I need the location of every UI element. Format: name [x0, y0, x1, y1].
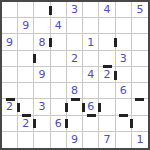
- cell-r5c1[interactable]: [2, 67, 18, 83]
- cell-r5c4[interactable]: [51, 67, 67, 83]
- cell-r6c3[interactable]: [34, 83, 50, 99]
- cell-r8c6[interactable]: [83, 116, 99, 132]
- cell-r4c3[interactable]: [34, 51, 50, 67]
- consecutive-marker-v-r5-c7c8: [114, 71, 117, 80]
- cell-r2c5[interactable]: [67, 18, 83, 34]
- cell-r3c4[interactable]: [51, 34, 67, 50]
- consecutive-marker-h-r6r7-c5: [71, 98, 80, 101]
- cell-r8c9[interactable]: [132, 116, 148, 132]
- cell-r2c7[interactable]: [99, 18, 115, 34]
- cell-r3c1[interactable]: 9: [2, 34, 18, 50]
- consecutive-marker-h-r6r7-c9: [135, 98, 144, 101]
- cell-r4c6[interactable]: [83, 51, 99, 67]
- consecutive-marker-v-r8-c4c5: [65, 119, 68, 128]
- consecutive-marker-h-r6r7-c1: [6, 98, 15, 101]
- cell-r9c7[interactable]: 7: [99, 132, 115, 148]
- cell-r7c7[interactable]: [99, 99, 115, 115]
- cell-r2c9[interactable]: [132, 18, 148, 34]
- cell-r9c2[interactable]: [18, 132, 34, 148]
- cell-r8c7[interactable]: [99, 116, 115, 132]
- cell-r5c9[interactable]: [132, 67, 148, 83]
- consecutive-marker-v-r4-c2c3: [33, 54, 36, 63]
- cell-r1c2[interactable]: [18, 2, 34, 18]
- cell-r4c4[interactable]: [51, 51, 67, 67]
- cell-r9c5[interactable]: 9: [67, 132, 83, 148]
- cell-r5c6[interactable]: 4: [83, 67, 99, 83]
- cell-r2c6[interactable]: [83, 18, 99, 34]
- cell-r9c8[interactable]: [116, 132, 132, 148]
- consecutive-marker-v-r7-c5c6: [82, 103, 85, 112]
- cell-r6c8[interactable]: 6: [116, 83, 132, 99]
- cell-r7c3[interactable]: 3: [34, 99, 50, 115]
- cell-r2c3[interactable]: [34, 18, 50, 34]
- cell-r3c5[interactable]: [67, 34, 83, 50]
- cell-r9c4[interactable]: [51, 132, 67, 148]
- cell-r9c1[interactable]: [2, 132, 18, 148]
- cell-r4c5[interactable]: 2: [67, 51, 83, 67]
- cell-r1c8[interactable]: [116, 2, 132, 18]
- cell-r4c1[interactable]: [2, 51, 18, 67]
- cell-r8c1[interactable]: [2, 116, 18, 132]
- consecutive-marker-v-r7-c1c2: [17, 103, 20, 112]
- cell-r6c6[interactable]: [83, 83, 99, 99]
- consecutive-marker-h-r4r5-c7: [103, 65, 112, 68]
- cell-r2c2[interactable]: 9: [18, 18, 34, 34]
- cell-r9c9[interactable]: 1: [132, 132, 148, 148]
- cell-r1c1[interactable]: [2, 2, 18, 18]
- consecutive-marker-v-r3-c7c8: [114, 38, 117, 47]
- cell-r9c3[interactable]: [34, 132, 50, 148]
- cell-r6c2[interactable]: [18, 83, 34, 99]
- cell-r5c5[interactable]: [67, 67, 83, 83]
- cell-r6c4[interactable]: [51, 83, 67, 99]
- consecutive-marker-h-r7r8-c6: [87, 114, 96, 117]
- consecutive-marker-h-r7r8-c8: [119, 114, 128, 117]
- cell-r4c8[interactable]: 3: [116, 51, 132, 67]
- cell-r3c8[interactable]: [116, 34, 132, 50]
- consecutive-marker-v-r8-c2c3: [33, 119, 36, 128]
- cell-r9c6[interactable]: [83, 132, 99, 148]
- cell-r3c6[interactable]: 1: [83, 34, 99, 50]
- cell-r8c3[interactable]: [34, 116, 50, 132]
- cell-r1c4[interactable]: [51, 2, 67, 18]
- cell-r5c8[interactable]: [116, 67, 132, 83]
- cell-r3c2[interactable]: [18, 34, 34, 50]
- sudoku-board: 34594981239428623626971: [0, 0, 150, 150]
- cell-r1c9[interactable]: 5: [132, 2, 148, 18]
- consecutive-marker-v-r7-c4c5: [65, 103, 68, 112]
- cell-r4c9[interactable]: [132, 51, 148, 67]
- consecutive-marker-v-r1-c3c4: [49, 6, 52, 15]
- cell-r2c1[interactable]: [2, 18, 18, 34]
- consecutive-marker-v-r8-c8c9: [130, 119, 133, 128]
- cell-r2c8[interactable]: [116, 18, 132, 34]
- cell-r6c7[interactable]: [99, 83, 115, 99]
- consecutive-marker-h-r7r8-c2: [22, 114, 31, 117]
- cell-r8c5[interactable]: [67, 116, 83, 132]
- cell-r5c2[interactable]: [18, 67, 34, 83]
- cell-r1c5[interactable]: 3: [67, 2, 83, 18]
- cell-r1c7[interactable]: 4: [99, 2, 115, 18]
- cell-r7c9[interactable]: [132, 99, 148, 115]
- cell-r1c6[interactable]: [83, 2, 99, 18]
- cell-r2c4[interactable]: 4: [51, 18, 67, 34]
- cell-r3c9[interactable]: [132, 34, 148, 50]
- cell-r5c3[interactable]: 9: [34, 67, 50, 83]
- consecutive-marker-v-r7-c6c7: [98, 103, 101, 112]
- consecutive-marker-v-r3-c3c4: [49, 38, 52, 47]
